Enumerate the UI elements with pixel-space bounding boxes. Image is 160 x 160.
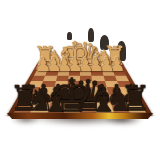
piece-white-pawn[interactable]: ♟ bbox=[35, 54, 52, 73]
piece-black-rook[interactable]: ♜ bbox=[9, 81, 40, 116]
chess-set-photo: ♜♞♝♛♚♝♞♜♟♟♟♟♟♟♟♟♟♟♟♟♟♟♟♟♜♞♝♛♚♝♞♜ bbox=[0, 0, 160, 160]
pieces-layer: ♜♞♝♛♚♝♞♜♟♟♟♟♟♟♟♟♟♟♟♟♟♟♟♟♜♞♝♛♚♝♞♜ bbox=[0, 0, 160, 160]
